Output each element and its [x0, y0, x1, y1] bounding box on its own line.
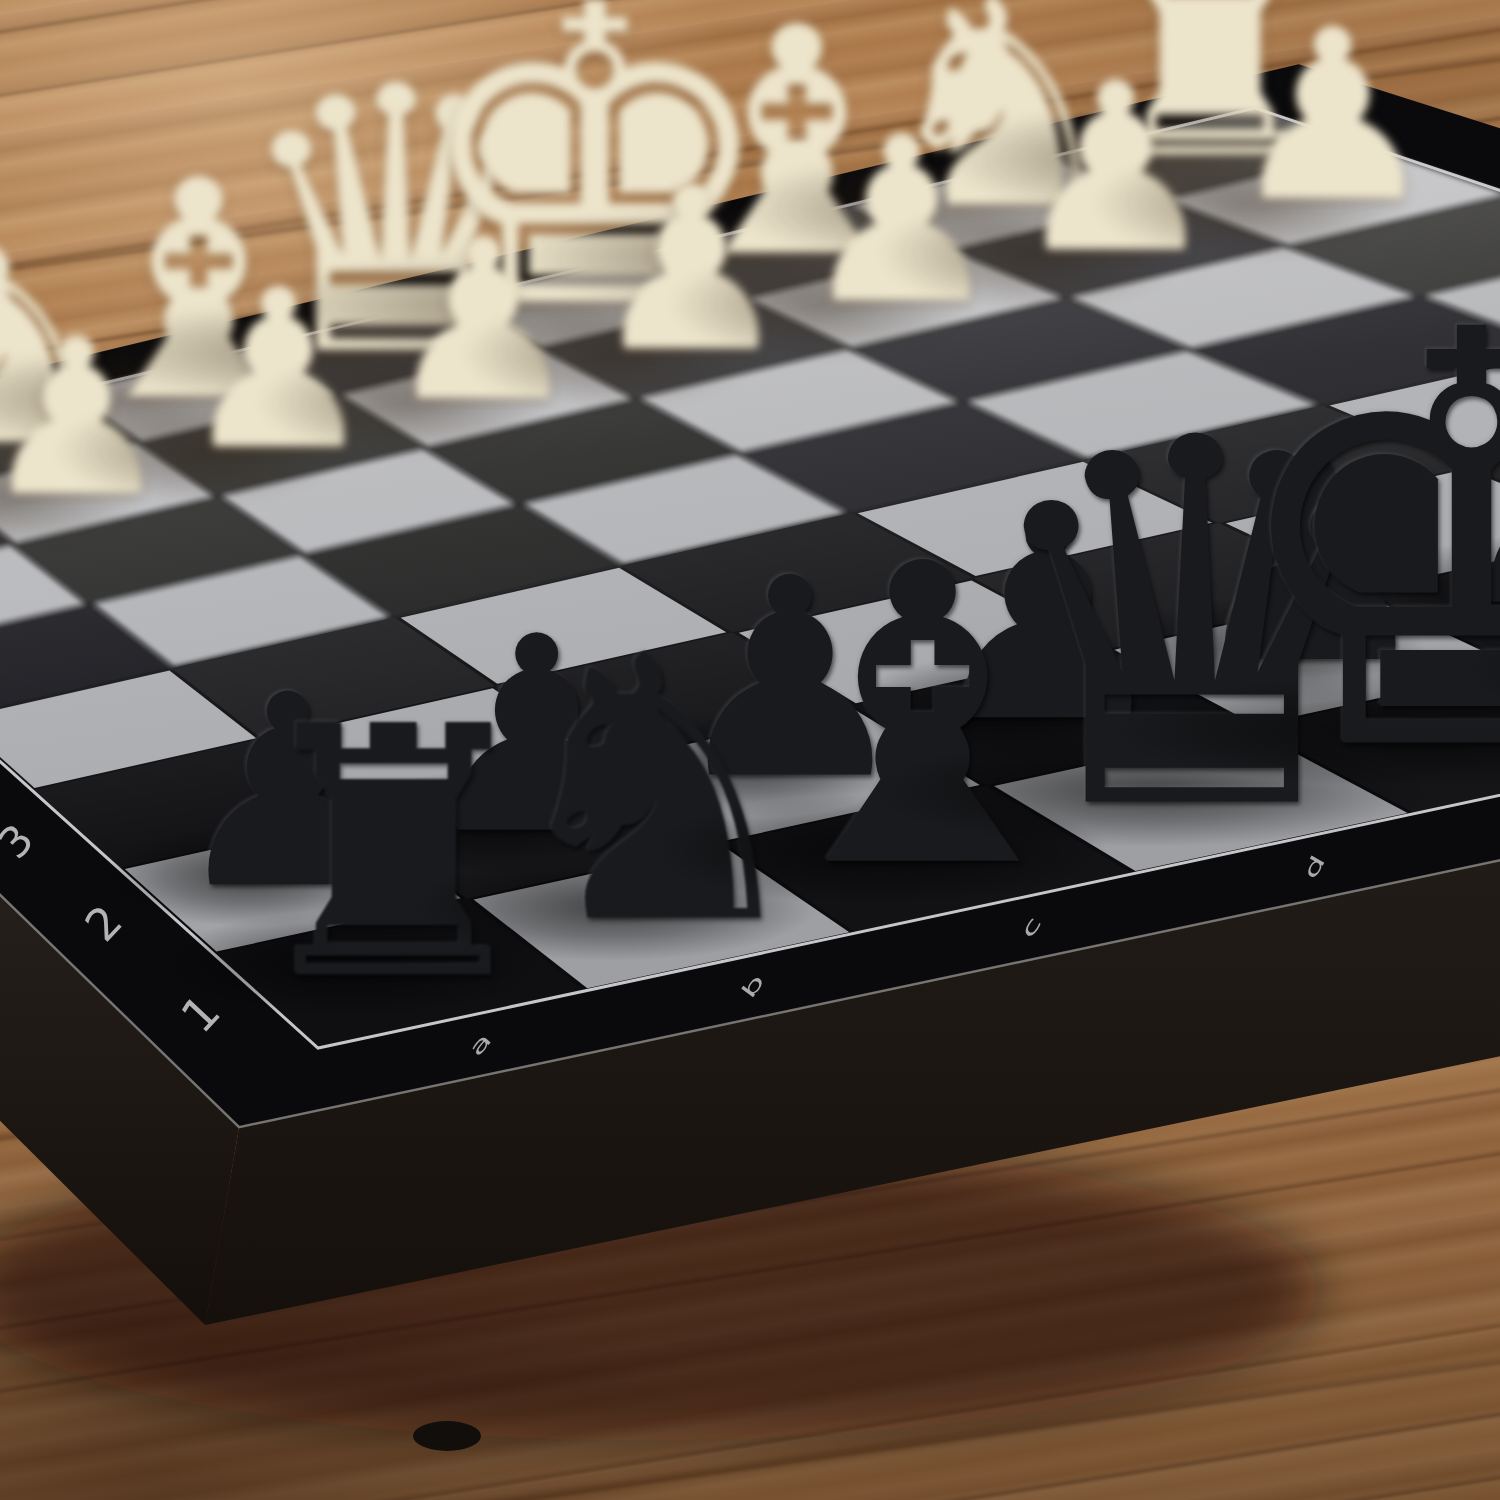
photo-scene: 4321abcd ♜♞♝♛♚♝♞♜♟♟♟♟♟♟♟♟♟♟♟♟♟♟♜♞♝♛♚♝ [0, 0, 1500, 1500]
board-foot [413, 1421, 481, 1451]
chessboard: 4321abcd [0, 0, 1500, 1500]
